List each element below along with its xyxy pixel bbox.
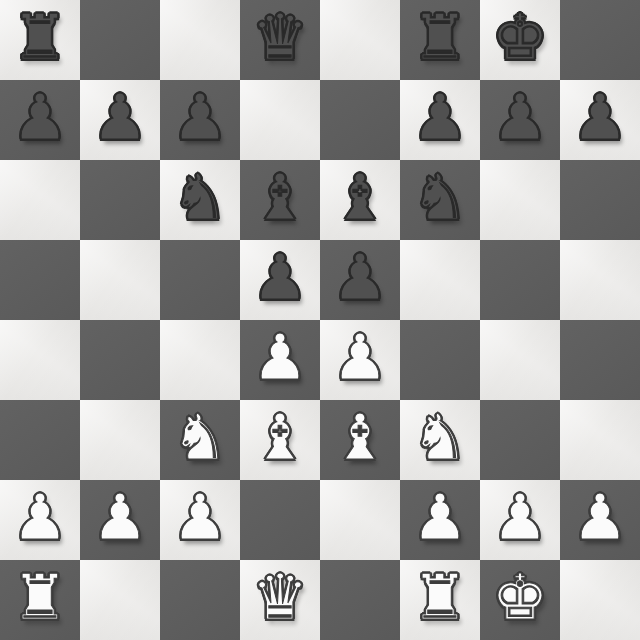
square-g5[interactable]: [480, 240, 560, 320]
piece-white-bishop[interactable]: ♝: [332, 398, 388, 478]
piece-white-pawn[interactable]: ♟: [492, 478, 548, 558]
piece-black-bishop[interactable]: ♝: [332, 158, 388, 238]
square-a1[interactable]: ♜: [0, 560, 80, 640]
square-a5[interactable]: [0, 240, 80, 320]
piece-white-rook[interactable]: ♜: [412, 558, 468, 638]
piece-black-pawn[interactable]: ♟: [172, 78, 228, 158]
square-f4[interactable]: [400, 320, 480, 400]
square-g7[interactable]: ♟: [480, 80, 560, 160]
piece-white-pawn[interactable]: ♟: [12, 478, 68, 558]
piece-white-knight[interactable]: ♞: [172, 398, 228, 478]
square-d1[interactable]: ♛: [240, 560, 320, 640]
square-h8[interactable]: [560, 0, 640, 80]
square-e1[interactable]: [320, 560, 400, 640]
square-e3[interactable]: ♝: [320, 400, 400, 480]
square-h5[interactable]: [560, 240, 640, 320]
square-c8[interactable]: [160, 0, 240, 80]
square-h1[interactable]: [560, 560, 640, 640]
square-b5[interactable]: [80, 240, 160, 320]
square-g1[interactable]: ♚: [480, 560, 560, 640]
piece-white-knight[interactable]: ♞: [412, 398, 468, 478]
square-c4[interactable]: [160, 320, 240, 400]
piece-black-knight[interactable]: ♞: [412, 158, 468, 238]
piece-black-pawn[interactable]: ♟: [412, 78, 468, 158]
piece-black-rook[interactable]: ♜: [412, 0, 468, 78]
square-d4[interactable]: ♟: [240, 320, 320, 400]
square-c5[interactable]: [160, 240, 240, 320]
square-f1[interactable]: ♜: [400, 560, 480, 640]
piece-white-pawn[interactable]: ♟: [412, 478, 468, 558]
piece-black-king[interactable]: ♚: [492, 0, 548, 78]
square-d3[interactable]: ♝: [240, 400, 320, 480]
square-g2[interactable]: ♟: [480, 480, 560, 560]
piece-black-pawn[interactable]: ♟: [12, 78, 68, 158]
square-b6[interactable]: [80, 160, 160, 240]
square-a7[interactable]: ♟: [0, 80, 80, 160]
square-g4[interactable]: [480, 320, 560, 400]
square-g8[interactable]: ♚: [480, 0, 560, 80]
square-f2[interactable]: ♟: [400, 480, 480, 560]
piece-black-rook[interactable]: ♜: [12, 0, 68, 78]
piece-black-pawn[interactable]: ♟: [332, 238, 388, 318]
square-f8[interactable]: ♜: [400, 0, 480, 80]
square-b1[interactable]: [80, 560, 160, 640]
square-a6[interactable]: [0, 160, 80, 240]
piece-white-bishop[interactable]: ♝: [252, 398, 308, 478]
square-h7[interactable]: ♟: [560, 80, 640, 160]
square-e6[interactable]: ♝: [320, 160, 400, 240]
piece-black-bishop[interactable]: ♝: [252, 158, 308, 238]
square-e7[interactable]: [320, 80, 400, 160]
square-e5[interactable]: ♟: [320, 240, 400, 320]
square-a8[interactable]: ♜: [0, 0, 80, 80]
piece-white-pawn[interactable]: ♟: [92, 478, 148, 558]
square-d2[interactable]: [240, 480, 320, 560]
piece-black-queen[interactable]: ♛: [252, 0, 308, 78]
square-e4[interactable]: ♟: [320, 320, 400, 400]
square-g3[interactable]: [480, 400, 560, 480]
square-d7[interactable]: [240, 80, 320, 160]
piece-white-pawn[interactable]: ♟: [252, 318, 308, 398]
square-b8[interactable]: [80, 0, 160, 80]
square-a4[interactable]: [0, 320, 80, 400]
square-e2[interactable]: [320, 480, 400, 560]
square-h4[interactable]: [560, 320, 640, 400]
square-h2[interactable]: ♟: [560, 480, 640, 560]
square-d6[interactable]: ♝: [240, 160, 320, 240]
piece-white-pawn[interactable]: ♟: [572, 478, 628, 558]
piece-black-pawn[interactable]: ♟: [572, 78, 628, 158]
square-b4[interactable]: [80, 320, 160, 400]
piece-black-knight[interactable]: ♞: [172, 158, 228, 238]
square-f5[interactable]: [400, 240, 480, 320]
piece-black-pawn[interactable]: ♟: [252, 238, 308, 318]
square-d5[interactable]: ♟: [240, 240, 320, 320]
square-g6[interactable]: [480, 160, 560, 240]
square-b3[interactable]: [80, 400, 160, 480]
square-f6[interactable]: ♞: [400, 160, 480, 240]
square-a3[interactable]: [0, 400, 80, 480]
piece-white-queen[interactable]: ♛: [252, 558, 308, 638]
piece-white-king[interactable]: ♚: [492, 558, 548, 638]
square-a2[interactable]: ♟: [0, 480, 80, 560]
piece-white-pawn[interactable]: ♟: [332, 318, 388, 398]
piece-white-pawn[interactable]: ♟: [172, 478, 228, 558]
square-c3[interactable]: ♞: [160, 400, 240, 480]
square-c6[interactable]: ♞: [160, 160, 240, 240]
square-c2[interactable]: ♟: [160, 480, 240, 560]
square-h6[interactable]: [560, 160, 640, 240]
square-b2[interactable]: ♟: [80, 480, 160, 560]
piece-black-pawn[interactable]: ♟: [492, 78, 548, 158]
piece-white-rook[interactable]: ♜: [12, 558, 68, 638]
square-e8[interactable]: [320, 0, 400, 80]
square-f7[interactable]: ♟: [400, 80, 480, 160]
square-c7[interactable]: ♟: [160, 80, 240, 160]
square-c1[interactable]: [160, 560, 240, 640]
square-d8[interactable]: ♛: [240, 0, 320, 80]
piece-black-pawn[interactable]: ♟: [92, 78, 148, 158]
chess-board: ♜♛♜♚♟♟♟♟♟♟♞♝♝♞♟♟♟♟♞♝♝♞♟♟♟♟♟♟♜♛♜♚: [0, 0, 640, 640]
square-h3[interactable]: [560, 400, 640, 480]
square-b7[interactable]: ♟: [80, 80, 160, 160]
square-f3[interactable]: ♞: [400, 400, 480, 480]
